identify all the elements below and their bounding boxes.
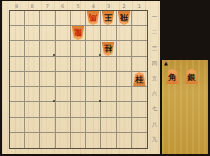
file-label: 8 <box>24 2 39 10</box>
shogi-piece-3一[interactable]: 王 <box>102 11 115 25</box>
board-square-6-9[interactable] <box>56 133 71 148</box>
board-square-9-8[interactable] <box>10 118 25 133</box>
piece-glyph: 飛 <box>120 13 128 23</box>
board-square-3-1[interactable]: 王 <box>101 11 116 26</box>
board-square-7-5[interactable] <box>40 72 55 87</box>
board-square-3-9[interactable] <box>101 133 116 148</box>
board-square-2-5[interactable] <box>117 72 132 87</box>
file-label: 3 <box>101 2 116 10</box>
board-square-4-5[interactable] <box>86 72 101 87</box>
board-square-3-5[interactable] <box>101 72 116 87</box>
board-square-4-2[interactable] <box>86 26 101 41</box>
board-square-8-5[interactable] <box>25 72 40 87</box>
piece-glyph: 龍 <box>74 28 82 38</box>
board-square-9-6[interactable] <box>10 87 25 102</box>
rank-label: 五 <box>152 75 158 82</box>
board-square-6-3[interactable] <box>56 41 71 56</box>
board-square-2-7[interactable] <box>117 102 132 117</box>
hand-piece-角[interactable]: 角 <box>166 69 179 84</box>
board-square-2-2[interactable] <box>117 26 132 41</box>
shogi-board-panel: 987654321 一二三四五六七八九 馬王飛龍桂桂 <box>2 1 160 154</box>
board-square-6-1[interactable] <box>56 11 71 26</box>
board-square-5-9[interactable] <box>71 133 86 148</box>
star-point <box>53 100 55 102</box>
board-square-2-6[interactable] <box>117 87 132 102</box>
board-square-8-8[interactable] <box>25 118 40 133</box>
hand-pieces: 角銀 <box>166 69 198 84</box>
board-grid: 馬王飛龍桂桂 <box>9 10 148 149</box>
board-square-5-8[interactable] <box>71 118 86 133</box>
board-square-4-9[interactable] <box>86 133 101 148</box>
star-point <box>53 54 55 56</box>
file-label: 2 <box>116 2 131 10</box>
board-square-6-5[interactable] <box>56 72 71 87</box>
rank-label: 一 <box>152 14 158 21</box>
board-square-9-5[interactable] <box>10 72 25 87</box>
file-label: 6 <box>55 2 70 10</box>
board-square-7-9[interactable] <box>40 133 55 148</box>
board-square-5-1[interactable] <box>71 11 86 26</box>
shogi-piece-1五[interactable]: 桂 <box>133 72 146 86</box>
piece-glyph: 角 <box>169 72 177 82</box>
file-label: 1 <box>132 2 147 10</box>
board-square-3-3[interactable]: 桂 <box>101 41 116 56</box>
shogi-piece-5二[interactable]: 龍 <box>71 26 84 40</box>
board-square-7-4[interactable] <box>40 57 55 72</box>
board-square-3-2[interactable] <box>101 26 116 41</box>
board-square-1-5[interactable]: 桂 <box>132 72 147 87</box>
board-square-5-7[interactable] <box>71 102 86 117</box>
piece-glyph: 銀 <box>188 72 196 82</box>
piece-glyph: 王 <box>104 13 112 23</box>
file-label: 5 <box>70 2 85 10</box>
board-square-9-1[interactable] <box>10 11 25 26</box>
rank-label: 九 <box>152 136 158 143</box>
hand-piece-銀[interactable]: 銀 <box>185 69 198 84</box>
board-square-1-6[interactable] <box>132 87 147 102</box>
rank-labels: 一二三四五六七八九 <box>149 10 160 147</box>
rank-label: 八 <box>152 121 158 128</box>
board-square-7-7[interactable] <box>40 102 55 117</box>
rank-label: 六 <box>152 90 158 97</box>
board-square-6-6[interactable] <box>56 87 71 102</box>
board-square-1-1[interactable] <box>132 11 147 26</box>
board-square-9-2[interactable] <box>10 26 25 41</box>
board-square-6-4[interactable] <box>56 57 71 72</box>
board-square-4-4[interactable] <box>86 57 101 72</box>
board-square-1-3[interactable] <box>132 41 147 56</box>
rank-label: 三 <box>152 45 158 52</box>
board-square-1-2[interactable] <box>132 26 147 41</box>
board-square-6-2[interactable] <box>56 26 71 41</box>
shogi-piece-2一[interactable]: 飛 <box>117 11 130 25</box>
file-label: 7 <box>40 2 55 10</box>
board-square-4-8[interactable] <box>86 118 101 133</box>
board-square-3-7[interactable] <box>101 102 116 117</box>
board-square-6-7[interactable] <box>56 102 71 117</box>
board-square-8-4[interactable] <box>25 57 40 72</box>
board-square-7-1[interactable] <box>40 11 55 26</box>
board-square-8-7[interactable] <box>25 102 40 117</box>
board-square-7-8[interactable] <box>40 118 55 133</box>
board-square-2-8[interactable] <box>117 118 132 133</box>
board-square-9-7[interactable] <box>10 102 25 117</box>
board-square-3-4[interactable] <box>101 57 116 72</box>
board-square-8-9[interactable] <box>25 133 40 148</box>
board-square-1-8[interactable] <box>132 118 147 133</box>
board-square-1-4[interactable] <box>132 57 147 72</box>
board-square-8-1[interactable] <box>25 11 40 26</box>
board-square-2-1[interactable]: 飛 <box>117 11 132 26</box>
board-square-4-7[interactable] <box>86 102 101 117</box>
board-square-9-4[interactable] <box>10 57 25 72</box>
board-square-8-6[interactable] <box>25 87 40 102</box>
board-square-1-7[interactable] <box>132 102 147 117</box>
board-square-3-6[interactable] <box>101 87 116 102</box>
board-square-5-2[interactable]: 龍 <box>71 26 86 41</box>
board-square-9-9[interactable] <box>10 133 25 148</box>
board-square-4-1[interactable]: 馬 <box>86 11 101 26</box>
board-square-5-4[interactable] <box>71 57 86 72</box>
board-square-9-3[interactable] <box>10 41 25 56</box>
board-square-7-2[interactable] <box>40 26 55 41</box>
rank-label: 二 <box>152 29 158 36</box>
piece-glyph: 桂 <box>104 44 112 54</box>
shogi-piece-4一[interactable]: 馬 <box>87 11 100 25</box>
board-square-1-9[interactable] <box>132 133 147 148</box>
board-square-2-4[interactable] <box>117 57 132 72</box>
rank-label: 七 <box>152 105 158 112</box>
board-square-8-2[interactable] <box>25 26 40 41</box>
star-point <box>99 54 101 56</box>
file-label: 9 <box>9 2 24 10</box>
board-square-3-8[interactable] <box>101 118 116 133</box>
board-square-5-5[interactable] <box>71 72 86 87</box>
sente-marker: ▲ <box>164 60 168 66</box>
komadai-sente-hand: ▲ 角銀 <box>162 60 208 154</box>
piece-glyph: 馬 <box>89 13 97 23</box>
star-point <box>99 100 101 102</box>
piece-glyph: 桂 <box>135 74 143 84</box>
shogi-piece-3三[interactable]: 桂 <box>102 42 115 56</box>
rank-label: 四 <box>152 60 158 67</box>
board-square-2-9[interactable] <box>117 133 132 148</box>
file-label: 4 <box>86 2 101 10</box>
board-square-5-3[interactable] <box>71 41 86 56</box>
board-square-6-8[interactable] <box>56 118 71 133</box>
board-square-5-6[interactable] <box>71 87 86 102</box>
board-square-2-3[interactable] <box>117 41 132 56</box>
file-labels: 987654321 <box>9 2 147 10</box>
board-square-8-3[interactable] <box>25 41 40 56</box>
